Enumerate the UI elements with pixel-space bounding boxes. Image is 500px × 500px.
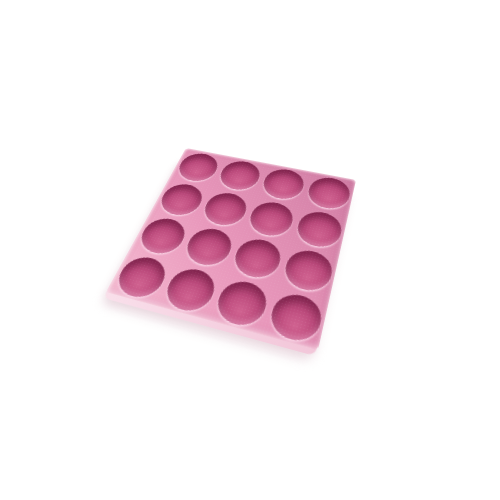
- cavity-hole: [266, 289, 325, 345]
- cavity-hole: [259, 166, 307, 202]
- photo-canvas: [0, 0, 500, 500]
- cavity-hole: [280, 246, 335, 294]
- cavity-hole: [304, 174, 352, 211]
- cavity-hole: [293, 208, 344, 250]
- cavity-hole: [211, 277, 271, 330]
- cavity-hole: [229, 235, 284, 281]
- foam-tray: [106, 148, 356, 350]
- cavity-hole: [245, 199, 296, 239]
- cavity-hole: [215, 158, 263, 192]
